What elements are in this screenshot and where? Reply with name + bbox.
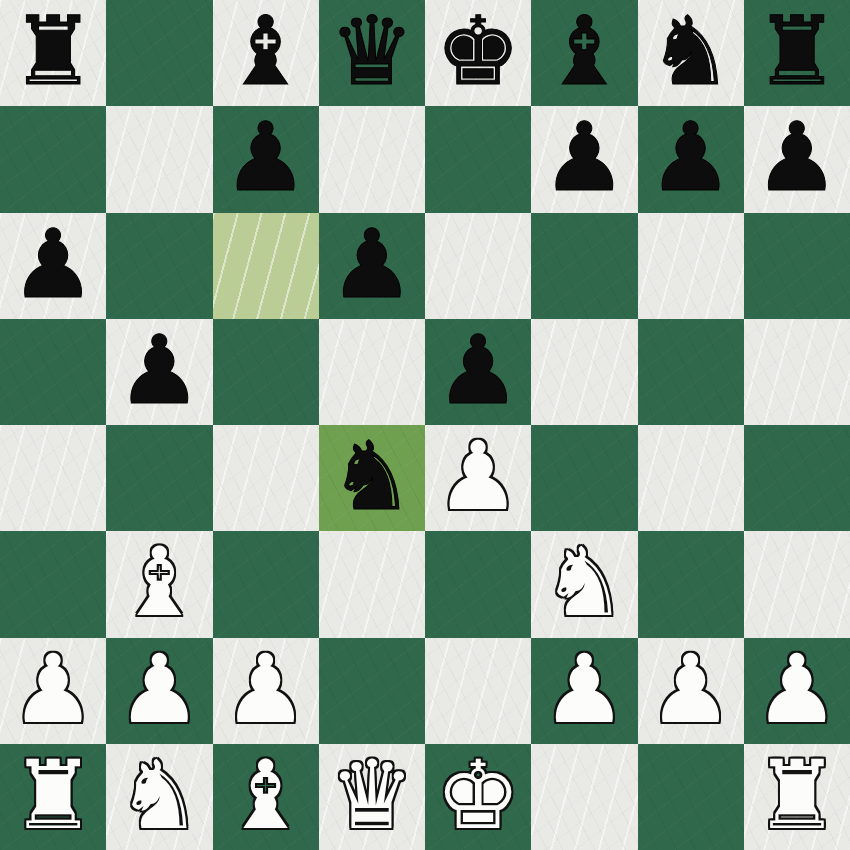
square-a2[interactable]: ♟ [0, 638, 106, 744]
square-f6[interactable] [531, 213, 637, 319]
square-e6[interactable] [425, 213, 531, 319]
square-c7[interactable]: ♟ [213, 106, 319, 212]
square-h1[interactable]: ♜ [744, 744, 850, 850]
black-bishop[interactable]: ♝ [223, 0, 308, 104]
square-d8[interactable]: ♛ [319, 0, 425, 106]
square-f7[interactable]: ♟ [531, 106, 637, 212]
square-g6[interactable] [638, 213, 744, 319]
square-e4[interactable]: ♟ [425, 425, 531, 531]
square-g2[interactable]: ♟ [638, 638, 744, 744]
square-h2[interactable]: ♟ [744, 638, 850, 744]
square-c1[interactable]: ♝ [213, 744, 319, 850]
white-rook[interactable]: ♜ [754, 744, 839, 848]
white-bishop[interactable]: ♝ [117, 531, 202, 635]
square-b6[interactable] [106, 213, 212, 319]
square-a4[interactable] [0, 425, 106, 531]
square-h7[interactable]: ♟ [744, 106, 850, 212]
square-a6[interactable]: ♟ [0, 213, 106, 319]
square-f1[interactable] [531, 744, 637, 850]
black-knight[interactable]: ♞ [648, 0, 733, 104]
black-pawn[interactable]: ♟ [11, 213, 96, 317]
square-d7[interactable] [319, 106, 425, 212]
square-h5[interactable] [744, 319, 850, 425]
square-b3[interactable]: ♝ [106, 531, 212, 637]
white-queen[interactable]: ♛ [329, 744, 414, 848]
square-c3[interactable] [213, 531, 319, 637]
black-pawn[interactable]: ♟ [542, 106, 627, 210]
white-king[interactable]: ♚ [436, 744, 521, 848]
white-pawn[interactable]: ♟ [117, 638, 202, 742]
square-a7[interactable] [0, 106, 106, 212]
black-pawn[interactable]: ♟ [648, 106, 733, 210]
black-queen[interactable]: ♛ [329, 0, 414, 104]
black-pawn[interactable]: ♟ [329, 213, 414, 317]
black-knight[interactable]: ♞ [329, 425, 414, 529]
square-b7[interactable] [106, 106, 212, 212]
square-b5[interactable]: ♟ [106, 319, 212, 425]
square-g7[interactable]: ♟ [638, 106, 744, 212]
square-d5[interactable] [319, 319, 425, 425]
square-g5[interactable] [638, 319, 744, 425]
square-d6[interactable]: ♟ [319, 213, 425, 319]
square-f2[interactable]: ♟ [531, 638, 637, 744]
square-a3[interactable] [0, 531, 106, 637]
chess-board: ♜♝♛♚♝♞♜♟♟♟♟♟♟♟♟♞♟♝♞♟♟♟♟♟♟♜♞♝♛♚♜ [0, 0, 850, 850]
square-d2[interactable] [319, 638, 425, 744]
white-pawn[interactable]: ♟ [223, 638, 308, 742]
square-h4[interactable] [744, 425, 850, 531]
white-pawn[interactable]: ♟ [436, 425, 521, 529]
square-e3[interactable] [425, 531, 531, 637]
square-b1[interactable]: ♞ [106, 744, 212, 850]
square-e8[interactable]: ♚ [425, 0, 531, 106]
black-pawn[interactable]: ♟ [436, 319, 521, 423]
square-g1[interactable] [638, 744, 744, 850]
white-pawn[interactable]: ♟ [648, 638, 733, 742]
square-d3[interactable] [319, 531, 425, 637]
square-c2[interactable]: ♟ [213, 638, 319, 744]
black-pawn[interactable]: ♟ [754, 106, 839, 210]
square-h6[interactable] [744, 213, 850, 319]
white-pawn[interactable]: ♟ [542, 638, 627, 742]
square-a1[interactable]: ♜ [0, 744, 106, 850]
square-b8[interactable] [106, 0, 212, 106]
black-king[interactable]: ♚ [436, 0, 521, 104]
white-pawn[interactable]: ♟ [11, 638, 96, 742]
square-e7[interactable] [425, 106, 531, 212]
square-c6[interactable] [213, 213, 319, 319]
white-knight[interactable]: ♞ [117, 744, 202, 848]
white-rook[interactable]: ♜ [11, 744, 96, 848]
square-e2[interactable] [425, 638, 531, 744]
black-pawn[interactable]: ♟ [117, 319, 202, 423]
white-bishop[interactable]: ♝ [223, 744, 308, 848]
square-c5[interactable] [213, 319, 319, 425]
square-f8[interactable]: ♝ [531, 0, 637, 106]
black-pawn[interactable]: ♟ [223, 106, 308, 210]
square-d1[interactable]: ♛ [319, 744, 425, 850]
square-b2[interactable]: ♟ [106, 638, 212, 744]
square-a5[interactable] [0, 319, 106, 425]
square-b4[interactable] [106, 425, 212, 531]
square-g8[interactable]: ♞ [638, 0, 744, 106]
white-pawn[interactable]: ♟ [754, 638, 839, 742]
black-rook[interactable]: ♜ [11, 0, 96, 104]
white-knight[interactable]: ♞ [542, 531, 627, 635]
square-d4[interactable]: ♞ [319, 425, 425, 531]
square-a8[interactable]: ♜ [0, 0, 106, 106]
square-e5[interactable]: ♟ [425, 319, 531, 425]
square-c4[interactable] [213, 425, 319, 531]
black-bishop[interactable]: ♝ [542, 0, 627, 104]
square-g3[interactable] [638, 531, 744, 637]
square-f3[interactable]: ♞ [531, 531, 637, 637]
black-rook[interactable]: ♜ [754, 0, 839, 104]
square-c8[interactable]: ♝ [213, 0, 319, 106]
square-f5[interactable] [531, 319, 637, 425]
square-e1[interactable]: ♚ [425, 744, 531, 850]
square-h3[interactable] [744, 531, 850, 637]
square-h8[interactable]: ♜ [744, 0, 850, 106]
square-g4[interactable] [638, 425, 744, 531]
square-f4[interactable] [531, 425, 637, 531]
